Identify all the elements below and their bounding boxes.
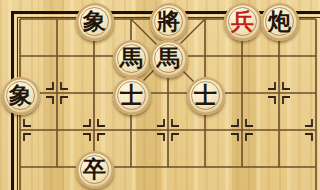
xiangqi-board: 象將兵炮馬馬象士士卒 — [0, 0, 320, 190]
piece-glyph: 象 — [9, 83, 32, 106]
piece-glyph: 象 — [83, 9, 106, 32]
piece-glyph: 卒 — [83, 157, 106, 180]
piece-glyph: 炮 — [268, 9, 291, 32]
piece-black-horse[interactable]: 馬 — [150, 40, 188, 78]
piece-black-elephant[interactable]: 象 — [76, 3, 114, 41]
piece-black-advisor[interactable]: 士 — [113, 77, 151, 115]
piece-glyph: 士 — [194, 83, 217, 106]
piece-glyph: 將 — [157, 9, 180, 32]
piece-black-advisor[interactable]: 士 — [187, 77, 225, 115]
piece-glyph: 馬 — [120, 46, 143, 69]
piece-glyph: 馬 — [157, 46, 180, 69]
piece-glyph: 兵 — [231, 9, 254, 32]
piece-black-cannon[interactable]: 炮 — [261, 3, 299, 41]
piece-black-horse[interactable]: 馬 — [113, 40, 151, 78]
piece-black-soldier[interactable]: 卒 — [76, 151, 114, 189]
piece-red-soldier[interactable]: 兵 — [224, 3, 262, 41]
pieces-layer: 象將兵炮馬馬象士士卒 — [2, 1, 320, 186]
piece-glyph: 士 — [120, 83, 143, 106]
piece-black-elephant[interactable]: 象 — [2, 77, 40, 115]
piece-black-general[interactable]: 將 — [150, 3, 188, 41]
